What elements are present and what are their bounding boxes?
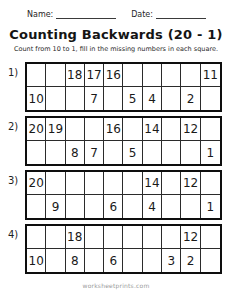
grid-cell-blank[interactable] <box>181 64 200 87</box>
grid-cell-given: 2 <box>181 87 200 110</box>
page-title: Counting Backwards (20 - 1) <box>0 27 232 42</box>
grid-cell-given: 8 <box>66 249 85 272</box>
grid-cell-given: 7 <box>85 87 104 110</box>
number-grid: 18171611107542 <box>25 62 222 112</box>
grid-cell-given: 10 <box>27 249 46 272</box>
section-label: 4) <box>8 229 18 240</box>
grid-cell-blank[interactable] <box>201 226 220 249</box>
grid-cell-blank[interactable] <box>104 172 123 195</box>
grid-cell-blank[interactable] <box>201 172 220 195</box>
grid-cell-given: 12 <box>181 172 200 195</box>
grid-cell-blank[interactable] <box>46 249 65 272</box>
instructions-text: Count from 10 to 1, fill in the missing … <box>0 45 232 53</box>
grid-cell-blank[interactable] <box>123 172 142 195</box>
grid-cell-blank[interactable] <box>181 195 200 218</box>
grid-cell-given: 14 <box>143 172 162 195</box>
grid-cell-blank[interactable] <box>66 172 85 195</box>
date-label: Date: <box>131 10 153 19</box>
grid-cell-given: 7 <box>85 141 104 164</box>
section-label: 1) <box>8 67 18 78</box>
name-date-row: Name: Date: <box>0 0 232 19</box>
grid-cell-blank[interactable] <box>143 141 162 164</box>
grid-cell-blank[interactable] <box>46 172 65 195</box>
grid-cell-given: 10 <box>27 87 46 110</box>
grid-cell-given: 1 <box>201 141 220 164</box>
name-input-line[interactable] <box>56 10 116 19</box>
number-grid: 20191614128751 <box>25 116 222 166</box>
grid-cell-blank[interactable] <box>46 141 65 164</box>
grid-cell-blank[interactable] <box>85 249 104 272</box>
grid-cell-blank[interactable] <box>85 195 104 218</box>
number-grid: 1812108632 <box>25 224 222 274</box>
grid-cell-blank[interactable] <box>85 172 104 195</box>
section-label: 3) <box>8 175 18 186</box>
grid-cell-blank[interactable] <box>143 226 162 249</box>
grid-cell-blank[interactable] <box>85 226 104 249</box>
grid-cell-given: 18 <box>66 64 85 87</box>
grid-cell-blank[interactable] <box>46 64 65 87</box>
grid-cell-given: 16 <box>104 64 123 87</box>
grid-cell-blank[interactable] <box>66 87 85 110</box>
name-label: Name: <box>27 10 53 19</box>
grid-cell-blank[interactable] <box>201 87 220 110</box>
grid-cell-given: 17 <box>85 64 104 87</box>
grid-cell-given: 16 <box>104 118 123 141</box>
grid-cell-given: 4 <box>143 87 162 110</box>
grid-cell-given: 6 <box>104 249 123 272</box>
grid-cell-blank[interactable] <box>66 195 85 218</box>
grid-cell-blank[interactable] <box>66 118 85 141</box>
grid-cell-given: 3 <box>162 249 181 272</box>
date-input-line[interactable] <box>156 10 206 19</box>
grid-cell-given: 18 <box>66 226 85 249</box>
grid-cell-given: 14 <box>143 118 162 141</box>
grid-cell-given: 5 <box>123 87 142 110</box>
grid-cell-blank[interactable] <box>162 141 181 164</box>
grid-cell-blank[interactable] <box>143 64 162 87</box>
grid-cell-blank[interactable] <box>123 118 142 141</box>
grid-cell-blank[interactable] <box>123 226 142 249</box>
date-group: Date: <box>131 10 206 19</box>
worksheet-section: 4)1812108632 <box>25 224 232 274</box>
grid-cell-blank[interactable] <box>162 118 181 141</box>
grid-cell-given: 11 <box>201 64 220 87</box>
grid-cell-blank[interactable] <box>162 87 181 110</box>
grid-cell-blank[interactable] <box>27 64 46 87</box>
grid-cell-given: 9 <box>46 195 65 218</box>
grid-cell-blank[interactable] <box>143 249 162 272</box>
worksheet-section: 2)20191614128751 <box>25 116 232 166</box>
worksheet-section: 1)18171611107542 <box>25 62 232 112</box>
grid-cell-blank[interactable] <box>104 141 123 164</box>
grid-cell-given: 6 <box>104 195 123 218</box>
number-grid: 2014129641 <box>25 170 222 220</box>
grid-cell-blank[interactable] <box>27 195 46 218</box>
grid-cell-blank[interactable] <box>104 226 123 249</box>
grid-cell-given: 19 <box>46 118 65 141</box>
grid-cell-given: 4 <box>143 195 162 218</box>
grid-cell-blank[interactable] <box>46 226 65 249</box>
grid-cell-blank[interactable] <box>123 195 142 218</box>
worksheet-page: Name: Date: Counting Backwards (20 - 1) … <box>0 0 232 300</box>
puzzle-sections: 1)181716111075422)201916141287513)201412… <box>0 62 232 274</box>
grid-cell-blank[interactable] <box>123 249 142 272</box>
grid-cell-given: 12 <box>181 118 200 141</box>
grid-cell-given: 8 <box>66 141 85 164</box>
grid-cell-blank[interactable] <box>201 249 220 272</box>
grid-cell-blank[interactable] <box>46 87 65 110</box>
footer-url: worksheetprints.com <box>0 282 232 289</box>
grid-cell-blank[interactable] <box>27 141 46 164</box>
grid-cell-blank[interactable] <box>181 141 200 164</box>
grid-cell-blank[interactable] <box>162 195 181 218</box>
grid-cell-given: 1 <box>201 195 220 218</box>
section-label: 2) <box>8 121 18 132</box>
grid-cell-given: 5 <box>123 141 142 164</box>
grid-cell-given: 2 <box>181 249 200 272</box>
grid-cell-given: 20 <box>27 172 46 195</box>
grid-cell-given: 20 <box>27 118 46 141</box>
grid-cell-blank[interactable] <box>27 226 46 249</box>
grid-cell-given: 12 <box>181 226 200 249</box>
worksheet-section: 3)2014129641 <box>25 170 232 220</box>
grid-cell-blank[interactable] <box>104 87 123 110</box>
grid-cell-blank[interactable] <box>162 226 181 249</box>
grid-cell-blank[interactable] <box>162 172 181 195</box>
grid-cell-blank[interactable] <box>162 64 181 87</box>
grid-cell-blank[interactable] <box>201 118 220 141</box>
grid-cell-blank[interactable] <box>85 118 104 141</box>
grid-cell-blank[interactable] <box>123 64 142 87</box>
